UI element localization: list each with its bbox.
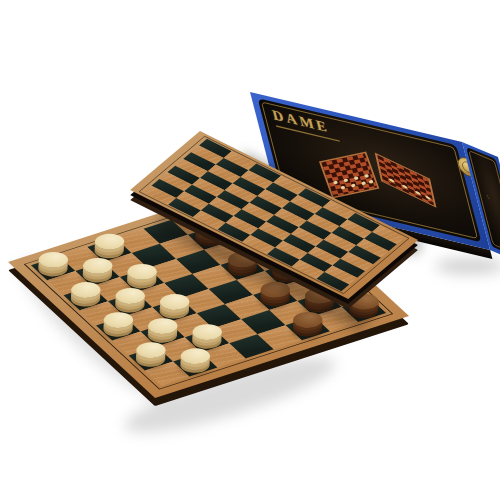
mini-board-right [375,152,437,207]
mini-checker-piece [343,178,348,182]
mini-checker-piece [415,190,421,195]
mini-checker-piece [364,174,369,178]
mini-checker-piece [389,178,395,183]
mini-checker-piece [354,176,359,180]
mini-checker-piece [340,186,345,190]
mini-checker-piece [361,181,366,185]
checker-piece-top: ⛀ [187,321,227,343]
mini-board-left [319,152,379,199]
checker-piece-top: ⛀ [122,261,162,283]
box-title-rule [276,125,340,141]
mini-checker-piece [333,180,338,184]
box-title: DAME [270,106,331,136]
box-end-text: ~ [484,193,491,202]
mini-checker-piece [368,180,373,184]
mini-checker-piece [351,183,356,187]
product-photo-scene: DAME ~ ⛂⛂⛂⛂⛂⛂⛂⛂⛂⛂⛂⛂⛀⛀⛀⛀⛀⛀⛀⛀⛀⛀⛀⛀ [0,0,500,500]
floor-shadow-box [435,258,500,274]
mini-checker-piece [402,184,408,189]
mini-checker-piece [425,195,431,200]
checker-piece-top: ⛀ [155,291,195,313]
